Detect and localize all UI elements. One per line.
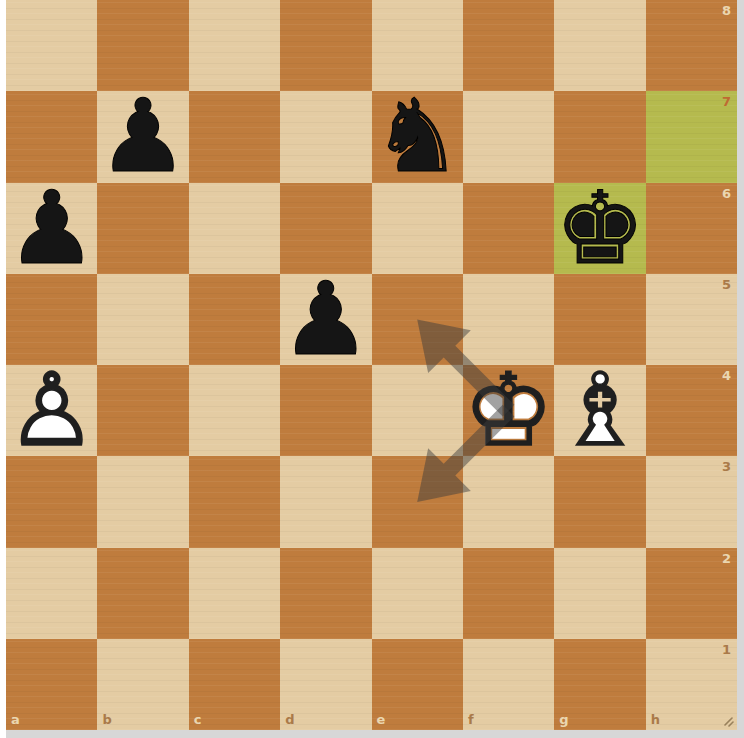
rank-label-6: 6 [722,187,731,200]
square-c8[interactable] [189,0,280,91]
square-e4[interactable] [372,365,463,456]
right-gutter [737,0,744,738]
rank-label-5: 5 [722,278,731,291]
file-label-h: h [651,713,660,726]
square-d1[interactable]: d [280,639,371,730]
square-f6[interactable] [463,183,554,274]
piece-white-bishop[interactable]: ♝♗ [554,365,645,456]
bottom-gutter [6,730,744,738]
square-a4[interactable]: ♟♙ [6,365,97,456]
square-g3[interactable] [554,456,645,547]
file-label-b: b [102,713,111,726]
square-c1[interactable]: c [189,639,280,730]
resize-handle-icon[interactable] [722,715,735,728]
square-a8[interactable] [6,0,97,91]
chess-board[interactable]: 8♟♞7♟♚6♟5♟♙♚♔♝♗432abcdefgh1 [6,0,737,730]
file-label-f: f [468,713,474,726]
square-f7[interactable] [463,91,554,182]
square-c5[interactable] [189,274,280,365]
square-h5[interactable]: 5 [646,274,737,365]
square-f8[interactable] [463,0,554,91]
square-a3[interactable] [6,456,97,547]
piece-black-pawn[interactable]: ♟ [6,183,97,274]
rank-label-8: 8 [722,4,731,17]
piece-black-pawn[interactable]: ♟ [97,91,188,182]
square-c2[interactable] [189,548,280,639]
square-b3[interactable] [97,456,188,547]
square-e3[interactable] [372,456,463,547]
square-d7[interactable] [280,91,371,182]
square-c3[interactable] [189,456,280,547]
rank-label-2: 2 [722,552,731,565]
file-label-d: d [285,713,294,726]
square-b7[interactable]: ♟ [97,91,188,182]
piece-white-king[interactable]: ♚♔ [463,365,554,456]
square-d3[interactable] [280,456,371,547]
square-h7[interactable]: 7 [646,91,737,182]
square-b2[interactable] [97,548,188,639]
square-f1[interactable]: f [463,639,554,730]
square-g4[interactable]: ♝♗ [554,365,645,456]
square-f2[interactable] [463,548,554,639]
square-g2[interactable] [554,548,645,639]
piece-black-king[interactable]: ♚ [554,183,645,274]
square-f4[interactable]: ♚♔ [463,365,554,456]
square-a2[interactable] [6,548,97,639]
file-label-a: a [11,713,20,726]
rank-label-7: 7 [722,95,731,108]
square-h3[interactable]: 3 [646,456,737,547]
rank-label-1: 1 [722,643,731,656]
square-h4[interactable]: 4 [646,365,737,456]
square-h6[interactable]: 6 [646,183,737,274]
square-g8[interactable] [554,0,645,91]
square-f3[interactable] [463,456,554,547]
square-h2[interactable]: 2 [646,548,737,639]
file-label-c: c [194,713,202,726]
square-g1[interactable]: g [554,639,645,730]
piece-black-knight[interactable]: ♞ [372,91,463,182]
square-e7[interactable]: ♞ [372,91,463,182]
square-c4[interactable] [189,365,280,456]
square-b5[interactable] [97,274,188,365]
square-d2[interactable] [280,548,371,639]
square-b4[interactable] [97,365,188,456]
rank-label-3: 3 [722,460,731,473]
piece-black-pawn[interactable]: ♟ [280,274,371,365]
square-c7[interactable] [189,91,280,182]
square-g6[interactable]: ♚ [554,183,645,274]
square-e6[interactable] [372,183,463,274]
square-c6[interactable] [189,183,280,274]
file-label-e: e [377,713,386,726]
square-d4[interactable] [280,365,371,456]
square-a6[interactable]: ♟ [6,183,97,274]
rank-label-4: 4 [722,369,731,382]
square-b1[interactable]: b [97,639,188,730]
piece-white-pawn[interactable]: ♟♙ [6,365,97,456]
square-d8[interactable] [280,0,371,91]
square-e1[interactable]: e [372,639,463,730]
board-squares[interactable]: 8♟♞7♟♚6♟5♟♙♚♔♝♗432abcdefgh1 [6,0,737,730]
file-label-g: g [559,713,568,726]
square-e2[interactable] [372,548,463,639]
square-b6[interactable] [97,183,188,274]
square-h8[interactable]: 8 [646,0,737,91]
square-d5[interactable]: ♟ [280,274,371,365]
square-a1[interactable]: a [6,639,97,730]
square-e5[interactable] [372,274,463,365]
